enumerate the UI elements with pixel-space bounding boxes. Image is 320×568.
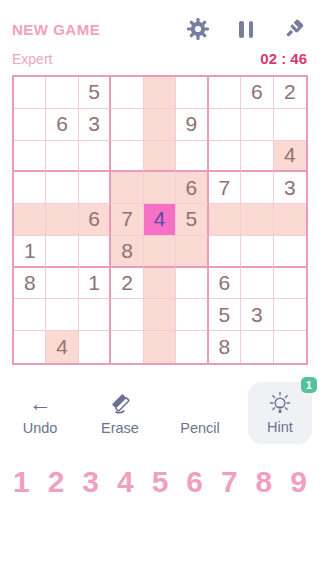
cell-r9c5[interactable] bbox=[144, 331, 176, 363]
cell-r6c2[interactable] bbox=[46, 236, 78, 268]
difficulty-label: Expert bbox=[12, 51, 52, 67]
cell-r1c1[interactable] bbox=[14, 77, 46, 109]
cell-r4c5[interactable] bbox=[144, 172, 176, 204]
cell-r2c1[interactable] bbox=[14, 109, 46, 141]
hint-count-badge: 1 bbox=[301, 377, 317, 393]
cell-r5c4[interactable]: 7 bbox=[111, 204, 143, 236]
cell-r8c8[interactable]: 3 bbox=[241, 299, 273, 331]
numpad-key-1[interactable]: 1 bbox=[11, 467, 32, 497]
cell-r6c9[interactable] bbox=[274, 236, 306, 268]
cell-r2c3[interactable]: 3 bbox=[79, 109, 111, 141]
cell-r5c9[interactable] bbox=[274, 204, 306, 236]
cell-r7c5[interactable] bbox=[144, 268, 176, 300]
timer: 02 : 46 bbox=[260, 50, 307, 67]
cell-r4c1[interactable] bbox=[14, 172, 46, 204]
cell-r6c3[interactable] bbox=[79, 236, 111, 268]
cell-r1c7[interactable] bbox=[209, 77, 241, 109]
pencil-label: Pencil bbox=[180, 420, 220, 436]
cell-r6c7[interactable] bbox=[209, 236, 241, 268]
cell-r5c6[interactable]: 5 bbox=[176, 204, 208, 236]
cell-r5c1[interactable] bbox=[14, 204, 46, 236]
cell-r3c6[interactable] bbox=[176, 141, 208, 173]
cell-r9c7[interactable]: 8 bbox=[209, 331, 241, 363]
cell-r1c2[interactable] bbox=[46, 77, 78, 109]
settings-gear-icon[interactable] bbox=[186, 17, 210, 41]
cell-r6c6[interactable] bbox=[176, 236, 208, 268]
numpad-key-9[interactable]: 9 bbox=[288, 467, 309, 497]
cell-r7c2[interactable] bbox=[46, 268, 78, 300]
numpad-key-2[interactable]: 2 bbox=[46, 467, 67, 497]
numpad-key-4[interactable]: 4 bbox=[115, 467, 136, 497]
cell-r6c5[interactable] bbox=[144, 236, 176, 268]
cell-r3c8[interactable] bbox=[241, 141, 273, 173]
erase-label: Erase bbox=[101, 420, 139, 436]
numpad-key-8[interactable]: 8 bbox=[254, 467, 275, 497]
cell-r7c6[interactable] bbox=[176, 268, 208, 300]
cell-r7c3[interactable]: 1 bbox=[79, 268, 111, 300]
cell-r3c9[interactable]: 4 bbox=[274, 141, 306, 173]
cell-r9c2[interactable]: 4 bbox=[46, 331, 78, 363]
cell-r5c3[interactable]: 6 bbox=[79, 204, 111, 236]
cell-r5c7[interactable] bbox=[209, 204, 241, 236]
cell-r4c4[interactable] bbox=[111, 172, 143, 204]
cell-r4c8[interactable] bbox=[241, 172, 273, 204]
numpad-key-6[interactable]: 6 bbox=[184, 467, 205, 497]
cell-r3c4[interactable] bbox=[111, 141, 143, 173]
cell-r8c4[interactable] bbox=[111, 299, 143, 331]
eraser-icon bbox=[107, 390, 133, 416]
hint-button[interactable]: Hint 1 bbox=[248, 382, 312, 444]
cell-r2c5[interactable] bbox=[144, 109, 176, 141]
cell-r6c8[interactable] bbox=[241, 236, 273, 268]
pencil-button[interactable]: Pencil bbox=[160, 381, 240, 445]
cell-r5c8[interactable] bbox=[241, 204, 273, 236]
cell-r1c6[interactable] bbox=[176, 77, 208, 109]
cell-r3c3[interactable] bbox=[79, 141, 111, 173]
status-row: Expert 02 : 46 bbox=[0, 40, 320, 75]
cell-r8c6[interactable] bbox=[176, 299, 208, 331]
cell-r9c6[interactable] bbox=[176, 331, 208, 363]
cell-r7c8[interactable] bbox=[241, 268, 273, 300]
cell-r6c1[interactable]: 1 bbox=[14, 236, 46, 268]
sudoku-board: 562639467367451881265348 bbox=[12, 75, 308, 365]
cell-r9c8[interactable] bbox=[241, 331, 273, 363]
cell-r1c3[interactable]: 5 bbox=[79, 77, 111, 109]
cell-r8c5[interactable] bbox=[144, 299, 176, 331]
numpad-key-7[interactable]: 7 bbox=[219, 467, 240, 497]
cell-r8c9[interactable] bbox=[274, 299, 306, 331]
header: NEW GAME bbox=[0, 0, 320, 40]
numpad-key-3[interactable]: 3 bbox=[80, 467, 101, 497]
cell-r4c2[interactable] bbox=[46, 172, 78, 204]
cell-r2c8[interactable] bbox=[241, 109, 273, 141]
cell-r8c7[interactable]: 5 bbox=[209, 299, 241, 331]
hint-label: Hint bbox=[267, 419, 293, 435]
numpad-key-5[interactable]: 5 bbox=[150, 467, 171, 497]
cell-r6c4[interactable]: 8 bbox=[111, 236, 143, 268]
cell-r7c7[interactable]: 6 bbox=[209, 268, 241, 300]
cell-r9c4[interactable] bbox=[111, 331, 143, 363]
pause-icon[interactable] bbox=[234, 17, 258, 41]
cell-r4c6[interactable]: 6 bbox=[176, 172, 208, 204]
numpad: 1 2 3 4 5 6 7 8 9 bbox=[0, 467, 320, 497]
new-game-button[interactable]: NEW GAME bbox=[12, 21, 100, 38]
sudoku-app: NEW GAME bbox=[0, 0, 320, 568]
cell-r9c9[interactable] bbox=[274, 331, 306, 363]
arrow-left-icon: ← bbox=[29, 392, 52, 415]
cell-r1c5[interactable] bbox=[144, 77, 176, 109]
cell-r2c7[interactable] bbox=[209, 109, 241, 141]
cell-r3c1[interactable] bbox=[14, 141, 46, 173]
cell-r4c3[interactable] bbox=[79, 172, 111, 204]
toolbar: ← Undo Erase Pencil bbox=[0, 381, 320, 445]
cell-r8c3[interactable] bbox=[79, 299, 111, 331]
lightbulb-icon bbox=[266, 391, 294, 417]
cell-r1c4[interactable] bbox=[111, 77, 143, 109]
cell-r3c2[interactable] bbox=[46, 141, 78, 173]
cell-r5c5[interactable]: 4 bbox=[144, 204, 176, 236]
cell-r7c1[interactable]: 8 bbox=[14, 268, 46, 300]
cell-r7c9[interactable] bbox=[274, 268, 306, 300]
cell-r8c2[interactable] bbox=[46, 299, 78, 331]
header-icons bbox=[186, 17, 306, 41]
cell-r1c8[interactable]: 6 bbox=[241, 77, 273, 109]
cell-r5c2[interactable] bbox=[46, 204, 78, 236]
hint-button-wrap: Hint 1 bbox=[240, 381, 320, 445]
cell-r8c1[interactable] bbox=[14, 299, 46, 331]
cell-r7c4[interactable]: 2 bbox=[111, 268, 143, 300]
cell-r2c4[interactable] bbox=[111, 109, 143, 141]
cell-r9c1[interactable] bbox=[14, 331, 46, 363]
cell-r9c3[interactable] bbox=[79, 331, 111, 363]
cell-r3c7[interactable] bbox=[209, 141, 241, 173]
cell-r4c9[interactable]: 3 bbox=[274, 172, 306, 204]
cell-r1c9[interactable]: 2 bbox=[274, 77, 306, 109]
cell-r4c7[interactable]: 7 bbox=[209, 172, 241, 204]
brush-theme-icon[interactable] bbox=[282, 17, 306, 41]
cell-r3c5[interactable] bbox=[144, 141, 176, 173]
cell-r2c9[interactable] bbox=[274, 109, 306, 141]
undo-label: Undo bbox=[23, 420, 58, 436]
undo-button[interactable]: ← Undo bbox=[0, 381, 80, 445]
cell-r2c6[interactable]: 9 bbox=[176, 109, 208, 141]
erase-button[interactable]: Erase bbox=[80, 381, 160, 445]
cell-r2c2[interactable]: 6 bbox=[46, 109, 78, 141]
